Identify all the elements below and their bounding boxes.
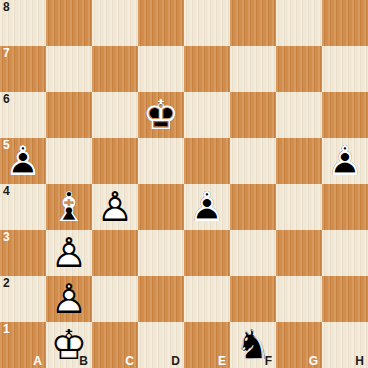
square-c3[interactable]: [92, 230, 138, 276]
square-f5[interactable]: [230, 138, 276, 184]
rank-label-6: 6: [3, 92, 10, 106]
black-king-outline-glyph: ♔: [138, 92, 184, 138]
square-f8[interactable]: [230, 0, 276, 46]
square-g6[interactable]: [276, 92, 322, 138]
white-pawn-outline-glyph: ♙: [92, 184, 138, 230]
piece-black-pawn-icon: ♟♙: [0, 138, 46, 184]
black-pawn-outline-glyph: ♙: [184, 184, 230, 230]
black-pawn-outline-glyph: ♙: [0, 138, 46, 184]
square-e3[interactable]: [184, 230, 230, 276]
square-h4[interactable]: [322, 184, 368, 230]
square-g3[interactable]: [276, 230, 322, 276]
square-g4[interactable]: [276, 184, 322, 230]
square-a5[interactable]: 5♟♙: [0, 138, 46, 184]
square-b3[interactable]: ♟♙: [46, 230, 92, 276]
rank-label-7: 7: [3, 46, 10, 60]
square-h5[interactable]: ♟♙: [322, 138, 368, 184]
square-h2[interactable]: [322, 276, 368, 322]
square-d7[interactable]: [138, 46, 184, 92]
square-e6[interactable]: [184, 92, 230, 138]
square-f3[interactable]: [230, 230, 276, 276]
rank-label-1: 1: [3, 322, 10, 336]
square-a2[interactable]: 2: [0, 276, 46, 322]
piece-white-pawn-icon: ♟♙: [46, 276, 92, 322]
square-c4[interactable]: ♟♙: [92, 184, 138, 230]
square-f6[interactable]: [230, 92, 276, 138]
square-e5[interactable]: [184, 138, 230, 184]
square-c2[interactable]: [92, 276, 138, 322]
square-e4[interactable]: ♟♙: [184, 184, 230, 230]
piece-black-pawn-icon: ♟♙: [322, 138, 368, 184]
square-b8[interactable]: [46, 0, 92, 46]
square-f2[interactable]: [230, 276, 276, 322]
square-f4[interactable]: [230, 184, 276, 230]
square-e8[interactable]: [184, 0, 230, 46]
file-label-a: A: [33, 354, 42, 368]
square-d3[interactable]: [138, 230, 184, 276]
square-b7[interactable]: [46, 46, 92, 92]
square-e2[interactable]: [184, 276, 230, 322]
square-d5[interactable]: [138, 138, 184, 184]
file-label-e: E: [218, 354, 226, 368]
square-d2[interactable]: [138, 276, 184, 322]
square-g5[interactable]: [276, 138, 322, 184]
black-bishop-outline-glyph: ♗: [46, 184, 92, 230]
square-c7[interactable]: [92, 46, 138, 92]
square-d8[interactable]: [138, 0, 184, 46]
square-c5[interactable]: [92, 138, 138, 184]
piece-black-pawn-icon: ♟♙: [184, 184, 230, 230]
square-b6[interactable]: [46, 92, 92, 138]
file-label-h: H: [355, 354, 364, 368]
square-h8[interactable]: [322, 0, 368, 46]
piece-black-bishop-icon: ♝♗: [46, 184, 92, 230]
square-b1[interactable]: B♚♔: [46, 322, 92, 368]
square-d1[interactable]: D: [138, 322, 184, 368]
square-h1[interactable]: H: [322, 322, 368, 368]
rank-label-8: 8: [3, 0, 10, 14]
square-b2[interactable]: ♟♙: [46, 276, 92, 322]
piece-white-pawn-icon: ♟♙: [92, 184, 138, 230]
square-a1[interactable]: 1A: [0, 322, 46, 368]
square-a4[interactable]: 4: [0, 184, 46, 230]
rank-label-3: 3: [3, 230, 10, 244]
white-pawn-outline-glyph: ♙: [46, 276, 92, 322]
square-a7[interactable]: 7: [0, 46, 46, 92]
rank-label-4: 4: [3, 184, 10, 198]
square-g2[interactable]: [276, 276, 322, 322]
square-h7[interactable]: [322, 46, 368, 92]
piece-white-pawn-icon: ♟♙: [46, 230, 92, 276]
square-d6[interactable]: ♚♔: [138, 92, 184, 138]
black-knight-outline-glyph: ♘: [230, 322, 276, 368]
square-b4[interactable]: ♝♗: [46, 184, 92, 230]
file-label-d: D: [171, 354, 180, 368]
square-f7[interactable]: [230, 46, 276, 92]
chess-board: 876♚♔5♟♙♟♙4♝♗♟♙♟♙3♟♙2♟♙1AB♚♔CDEF♞♘GH: [0, 0, 368, 368]
piece-white-king-icon: ♚♔: [46, 322, 92, 368]
square-d4[interactable]: [138, 184, 184, 230]
square-g8[interactable]: [276, 0, 322, 46]
rank-label-2: 2: [3, 276, 10, 290]
square-c8[interactable]: [92, 0, 138, 46]
square-a8[interactable]: 8: [0, 0, 46, 46]
square-c6[interactable]: [92, 92, 138, 138]
file-label-c: C: [125, 354, 134, 368]
piece-black-king-icon: ♚♔: [138, 92, 184, 138]
black-pawn-outline-glyph: ♙: [322, 138, 368, 184]
square-h6[interactable]: [322, 92, 368, 138]
square-e1[interactable]: E: [184, 322, 230, 368]
white-king-outline-glyph: ♔: [46, 322, 92, 368]
square-f1[interactable]: F♞♘: [230, 322, 276, 368]
white-pawn-outline-glyph: ♙: [46, 230, 92, 276]
file-label-g: G: [309, 354, 318, 368]
square-e7[interactable]: [184, 46, 230, 92]
square-h3[interactable]: [322, 230, 368, 276]
square-a3[interactable]: 3: [0, 230, 46, 276]
square-g1[interactable]: G: [276, 322, 322, 368]
square-g7[interactable]: [276, 46, 322, 92]
piece-black-knight-icon: ♞♘: [230, 322, 276, 368]
square-b5[interactable]: [46, 138, 92, 184]
square-c1[interactable]: C: [92, 322, 138, 368]
square-a6[interactable]: 6: [0, 92, 46, 138]
